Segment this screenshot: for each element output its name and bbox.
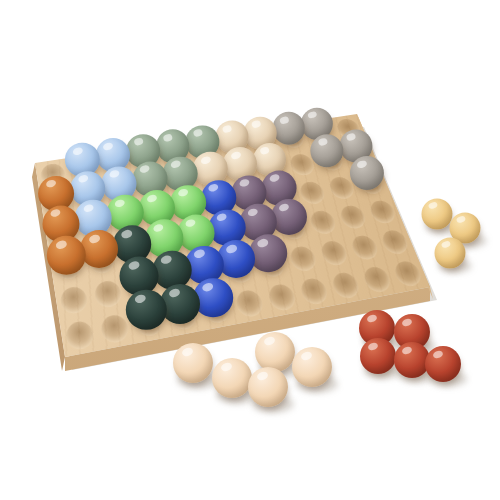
specular-highlight <box>263 336 276 347</box>
specular-highlight <box>456 215 466 224</box>
specular-highlight <box>181 347 194 358</box>
ball-cream[interactable] <box>173 343 213 383</box>
ball-cream[interactable] <box>292 347 332 387</box>
product-photo-scene <box>0 0 500 500</box>
specular-highlight <box>441 240 451 249</box>
ball-red-rust[interactable] <box>425 346 461 382</box>
ball-cream[interactable] <box>248 367 288 407</box>
specular-highlight <box>220 362 233 373</box>
specular-highlight <box>428 201 438 210</box>
ball-yellow[interactable] <box>422 199 453 230</box>
specular-highlight <box>401 317 413 327</box>
ball-red-rust[interactable] <box>360 338 396 374</box>
specular-highlight <box>401 345 413 355</box>
specular-highlight <box>366 313 378 323</box>
loose-pieces-layer <box>0 0 500 500</box>
ball-cream[interactable] <box>212 358 252 398</box>
specular-highlight <box>367 341 379 351</box>
ball-yellow[interactable] <box>435 238 466 269</box>
ball-cream[interactable] <box>255 332 295 372</box>
specular-highlight <box>300 351 313 362</box>
specular-highlight <box>256 371 269 382</box>
specular-highlight <box>432 349 444 359</box>
